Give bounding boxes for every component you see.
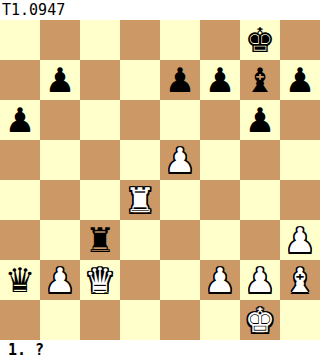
white-queen[interactable]: ♛ (85, 260, 115, 300)
square-h3[interactable]: ♟ (280, 220, 320, 260)
black-pawn[interactable]: ♟ (5, 100, 35, 140)
square-c7[interactable] (80, 60, 120, 100)
white-pawn[interactable]: ♟ (45, 260, 75, 300)
square-g8[interactable]: ♚ (240, 20, 280, 60)
square-g7[interactable]: ♝ (240, 60, 280, 100)
title-bar: T1.0947 (0, 0, 320, 20)
square-g5[interactable] (240, 140, 280, 180)
status-bar: 1. ? (0, 340, 320, 360)
square-f8[interactable] (200, 20, 240, 60)
square-a4[interactable] (0, 180, 40, 220)
square-g2[interactable]: ♟ (240, 260, 280, 300)
square-e2[interactable] (160, 260, 200, 300)
square-b2[interactable]: ♟ (40, 260, 80, 300)
square-h1[interactable] (280, 300, 320, 340)
square-a5[interactable] (0, 140, 40, 180)
square-c8[interactable] (80, 20, 120, 60)
square-c5[interactable] (80, 140, 120, 180)
square-h7[interactable]: ♟ (280, 60, 320, 100)
square-h2[interactable]: ♝ (280, 260, 320, 300)
black-pawn[interactable]: ♟ (165, 60, 195, 100)
move-prompt: 1. ? (0, 341, 44, 359)
square-e8[interactable] (160, 20, 200, 60)
black-king[interactable]: ♚ (245, 20, 275, 60)
square-h4[interactable] (280, 180, 320, 220)
square-c2[interactable]: ♛ (80, 260, 120, 300)
square-d7[interactable] (120, 60, 160, 100)
black-pawn[interactable]: ♟ (205, 60, 235, 100)
square-e1[interactable] (160, 300, 200, 340)
square-b8[interactable] (40, 20, 80, 60)
square-b3[interactable] (40, 220, 80, 260)
black-pawn[interactable]: ♟ (285, 60, 315, 100)
square-e3[interactable] (160, 220, 200, 260)
white-pawn[interactable]: ♟ (285, 220, 315, 260)
square-h5[interactable] (280, 140, 320, 180)
square-e5[interactable]: ♟ (160, 140, 200, 180)
white-bishop[interactable]: ♝ (285, 260, 315, 300)
square-a7[interactable] (0, 60, 40, 100)
puzzle-id: T1.0947 (0, 1, 65, 19)
chess-trainer-window: T1.0947 ♚♟♟♟♝♟♟♟♟♜♜♟♛♟♛♟♟♝♚ 1. ? (0, 0, 320, 360)
square-a3[interactable] (0, 220, 40, 260)
square-b1[interactable] (40, 300, 80, 340)
white-pawn[interactable]: ♟ (205, 260, 235, 300)
square-d8[interactable] (120, 20, 160, 60)
square-c6[interactable] (80, 100, 120, 140)
white-rook[interactable]: ♜ (125, 180, 155, 220)
white-pawn[interactable]: ♟ (165, 140, 195, 180)
square-b4[interactable] (40, 180, 80, 220)
square-f7[interactable]: ♟ (200, 60, 240, 100)
square-a1[interactable] (0, 300, 40, 340)
square-b5[interactable] (40, 140, 80, 180)
square-a8[interactable] (0, 20, 40, 60)
black-bishop[interactable]: ♝ (245, 60, 275, 100)
square-g3[interactable] (240, 220, 280, 260)
square-e6[interactable] (160, 100, 200, 140)
black-queen[interactable]: ♛ (5, 260, 35, 300)
square-f6[interactable] (200, 100, 240, 140)
square-h8[interactable] (280, 20, 320, 60)
square-g1[interactable]: ♚ (240, 300, 280, 340)
square-d1[interactable] (120, 300, 160, 340)
black-rook[interactable]: ♜ (85, 220, 115, 260)
square-d2[interactable] (120, 260, 160, 300)
square-f5[interactable] (200, 140, 240, 180)
square-f4[interactable] (200, 180, 240, 220)
square-h6[interactable] (280, 100, 320, 140)
square-d3[interactable] (120, 220, 160, 260)
black-pawn[interactable]: ♟ (245, 100, 275, 140)
square-e4[interactable] (160, 180, 200, 220)
square-g6[interactable]: ♟ (240, 100, 280, 140)
square-a2[interactable]: ♛ (0, 260, 40, 300)
white-king[interactable]: ♚ (245, 300, 275, 340)
square-a6[interactable]: ♟ (0, 100, 40, 140)
square-e7[interactable]: ♟ (160, 60, 200, 100)
white-pawn[interactable]: ♟ (245, 260, 275, 300)
black-pawn[interactable]: ♟ (45, 60, 75, 100)
square-g4[interactable] (240, 180, 280, 220)
square-b7[interactable]: ♟ (40, 60, 80, 100)
chess-board: ♚♟♟♟♝♟♟♟♟♜♜♟♛♟♛♟♟♝♚ (0, 20, 320, 340)
square-c4[interactable] (80, 180, 120, 220)
square-f2[interactable]: ♟ (200, 260, 240, 300)
square-b6[interactable] (40, 100, 80, 140)
square-c3[interactable]: ♜ (80, 220, 120, 260)
square-f1[interactable] (200, 300, 240, 340)
square-f3[interactable] (200, 220, 240, 260)
square-c1[interactable] (80, 300, 120, 340)
square-d4[interactable]: ♜ (120, 180, 160, 220)
square-d6[interactable] (120, 100, 160, 140)
square-d5[interactable] (120, 140, 160, 180)
